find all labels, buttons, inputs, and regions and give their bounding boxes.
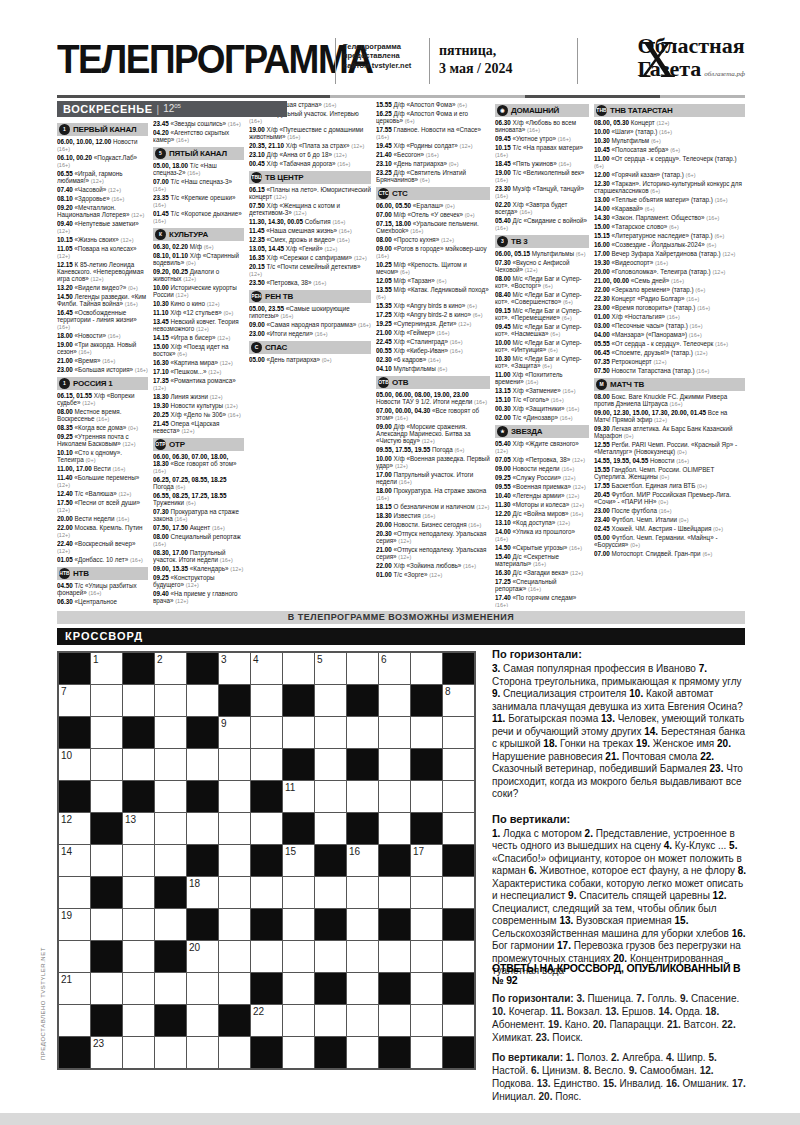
crossword-cell[interactable] — [443, 1005, 474, 1036]
tv-entry: 12.30 «Таркан». Историко-культурный конк… — [594, 180, 745, 195]
tv-entry: 16.30 «Картина мира» (12+) — [153, 359, 244, 367]
channel-header: ТНВТНВ ТАТАРСТАН — [594, 104, 745, 117]
crossword-cell[interactable] — [155, 813, 186, 844]
crossword-cell[interactable] — [251, 941, 282, 972]
tv-entry: 15.55 Гандбол. Чемп. России. OLIMPBET Су… — [594, 466, 745, 481]
tv-entry: 09.00, 12.30, 15.00, 17.30, 20.00, 01.45… — [594, 409, 745, 424]
tv-entry: 07.50 Новости Татарстана (татар.) (16+) — [594, 367, 745, 375]
crossword-cell[interactable] — [379, 685, 410, 716]
crossword-cell[interactable] — [91, 909, 122, 940]
crossword-cell[interactable] — [123, 909, 154, 940]
crossword-cell[interactable] — [411, 1037, 442, 1068]
crossword-cell[interactable] — [155, 749, 186, 780]
tv-entry: 14.15 «Игра в бисер» (12+) — [153, 334, 244, 342]
crossword-cell[interactable] — [123, 941, 154, 972]
channel-logo-icon: НТВ — [59, 568, 70, 579]
crossword-cell[interactable] — [219, 877, 250, 908]
crossword-cell[interactable] — [91, 717, 122, 748]
crossword-cell[interactable] — [379, 877, 410, 908]
tv-entry: 07.00, 00.00, 04.30 «Все говорят об этом… — [376, 407, 490, 422]
crossword-cell-black — [187, 845, 218, 876]
tv-entry: 08.00, 05.30 Концерт (12+) — [594, 119, 745, 127]
crossword-cell-black — [59, 781, 90, 812]
brand-site: облгазета.рф — [704, 70, 745, 78]
crossword-cell[interactable] — [443, 941, 474, 972]
crossword-cell[interactable] — [155, 1037, 186, 1068]
crossword-cell[interactable]: 10 — [59, 749, 90, 780]
crossword-cell[interactable]: 22 — [251, 1005, 282, 1036]
tv-entry: 02.30 «6 кадров» (16+) — [376, 356, 490, 364]
crossword-cell[interactable] — [347, 941, 378, 972]
answers-down: По вертикали: 1. Полоз. 2. Алгебра. 4. Ш… — [492, 1051, 748, 1103]
crossword-cell[interactable] — [411, 653, 442, 684]
issue-date: пятница, 3 мая / 2024 — [439, 42, 512, 78]
tv-entry: 07.30 Прокуратура на страже закона (16+) — [153, 508, 244, 523]
tv-entry: 11.45 «Наша смешная жизнь» (16+) — [249, 227, 371, 235]
crossword-cell[interactable]: 3 — [219, 653, 250, 684]
crossword-cell[interactable]: 6 — [379, 653, 410, 684]
crossword-cell[interactable] — [283, 1037, 314, 1068]
crossword-cell-black — [443, 653, 474, 684]
crossword-cell[interactable] — [251, 717, 282, 748]
crossword-cell[interactable] — [123, 973, 154, 1004]
crossword-cell-black — [155, 877, 186, 908]
crossword-cell[interactable] — [379, 813, 410, 844]
tv-entry: 09.25 «Служу России» (12+) — [495, 474, 589, 482]
tv-entry: 10.10 «Сто к одному». Телеигра (0+) — [57, 449, 148, 464]
crossword-cell[interactable] — [219, 1037, 250, 1068]
crossword-cell[interactable]: 1 — [91, 653, 122, 684]
crossword-cell[interactable] — [91, 685, 122, 716]
clue-number: 18 — [189, 878, 200, 889]
tv-entry: 05.40 Х/ф «Ждите связного» (12+) — [495, 440, 589, 455]
crossword-cell[interactable] — [347, 909, 378, 940]
crossword-cell-black — [379, 973, 410, 1004]
crossword-cell[interactable] — [347, 717, 378, 748]
tv-entry: 22.30 Концерт «Радио Болгар» (16+) — [594, 295, 745, 303]
tv-entry: 21.00 Х/ф «Геймер» (16+) — [376, 329, 490, 337]
channel-name: МАТЧ ТВ — [610, 380, 644, 389]
tv-entry: 00.30 Х/ф «Защитники» (16+) — [495, 405, 589, 413]
tv-entry: 10.30 Мультфильм (6+) — [594, 137, 745, 145]
channel-name: ПЯТЫЙ КАНАЛ — [169, 149, 227, 158]
crossword-cell[interactable] — [315, 717, 346, 748]
tv-entry: 06.55 «Играй, гармонь любимая!» (12+) — [57, 170, 148, 185]
crossword-cell-black — [187, 909, 218, 940]
crossword-cell[interactable] — [187, 1037, 218, 1068]
channel-name: ДОМАШНИЙ — [511, 106, 559, 115]
tv-entry: 23.00 «Большая история» (16+) — [57, 366, 148, 374]
crossword-credit: ПРЕДОСТАВЛЕНО TVSTYLER.NET — [40, 947, 46, 1060]
crossword-cell[interactable] — [411, 877, 442, 908]
tv-entry: 23.30 Муз/ф «Танцуй, танцуй» (16+) — [495, 185, 589, 200]
crossword-cell[interactable] — [443, 749, 474, 780]
tv-entry: 15.55 Д/ф «Апостол Фома» (6+) — [376, 101, 490, 109]
crossword-cell[interactable] — [315, 941, 346, 972]
crossword-cell[interactable] — [347, 1005, 378, 1036]
crossword-cell[interactable] — [219, 941, 250, 972]
tv-entry: 18.00 Прокуратура. На страже закона (16+… — [376, 487, 490, 502]
channel-logo-icon: РЕН — [251, 291, 262, 302]
tv-entry: 22.45 Х/ф «Сталинград» (16+) — [376, 338, 490, 346]
crossword-cell-black — [443, 845, 474, 876]
tv-entry: 18.45 «Пять ужинов» (16+) — [495, 160, 589, 168]
channel-header: ТВЦТВ ЦЕНТР — [249, 171, 371, 184]
tv-entry: 22.40 «Воскресный вечер» (12+) — [57, 540, 148, 555]
crossword-cell[interactable]: 14 — [59, 845, 90, 876]
crossword-cell-black — [251, 845, 282, 876]
tv-entry: 09.30 Легкая атлетика. Ак Барс Банк Каза… — [594, 425, 745, 440]
channel-header: 1ПЕРВЫЙ КАНАЛ — [57, 123, 148, 136]
clue-number: 9 — [221, 718, 227, 729]
tv-entry: 08.10, 01.10 Х/ф «Старинный водевиль» (0… — [153, 252, 244, 267]
crossword-cell[interactable] — [59, 941, 90, 972]
tv-entry: 06.00, 06.30, 07.00, 18.00, 18.30 «Все г… — [153, 453, 244, 475]
tv-entry: 07.00 Т/с «Наш спецназ-3» (16+) — [153, 178, 244, 193]
crossword-cell[interactable] — [123, 1037, 154, 1068]
crossword-cell[interactable] — [283, 717, 314, 748]
page-title: ТЕЛЕПРОГРАММА — [57, 36, 372, 83]
provider-note: Телепрограмма предоставлена сайтом tvsty… — [343, 42, 415, 70]
crossword-cell[interactable] — [411, 909, 442, 940]
clue-number: 2 — [157, 654, 163, 665]
crossword-cell[interactable] — [251, 749, 282, 780]
crossword-cell[interactable] — [123, 685, 154, 716]
tv-column-6: ТНВТНВ ТАТАРСТАН08.00, 05.30 Концерт (12… — [594, 101, 745, 607]
tv-entry: 09.20, 00.25 Диалоги о животных (12+) — [153, 268, 244, 283]
crossword-cell[interactable]: 18 — [187, 877, 218, 908]
answers-across: По горизонтали: 3. Пшеница. 7. Голль. 9.… — [492, 992, 748, 1044]
crossword-cell[interactable] — [155, 685, 186, 716]
clue-number: 5 — [317, 654, 323, 665]
crossword-cell[interactable] — [187, 1005, 218, 1036]
tv-entry: 09.00 «Самая народная программа» (16+) — [249, 321, 371, 329]
crossword-cell[interactable] — [411, 941, 442, 972]
crossword-cell-black — [315, 973, 346, 1004]
tv-entry: 09.00 «Рогов в городе» мэйковер-шоу (16+… — [376, 245, 490, 260]
crossword-cell[interactable]: 9 — [219, 717, 250, 748]
tv-entry: 17.40 «По горячим следам» (16+) — [495, 594, 589, 607]
crossword-cell[interactable] — [443, 717, 474, 748]
crossword-cell[interactable] — [379, 717, 410, 748]
tv-entry: 15.10 Т/с «Гоголь» (16+) — [495, 396, 589, 404]
clue-number: 4 — [253, 654, 259, 665]
tv-entry: 06.55, 08.25, 17.25, 18.55 Труженики (6+… — [153, 492, 244, 507]
crossword-cell[interactable] — [59, 877, 90, 908]
tv-entry: 05.00 «День патриарха» (0+) — [249, 356, 371, 364]
tv-entry: 09.15 М/с «Леди Баг и Супер-кот». «Перем… — [495, 307, 589, 322]
tv-entry: 14.00 «Каравай» (6+) — [594, 205, 745, 213]
crossword-cell[interactable] — [187, 749, 218, 780]
tv-entry: 17.35 «Романтика романса» (12+) — [153, 377, 244, 392]
clue-number: 14 — [61, 846, 72, 857]
crossword-cell[interactable] — [59, 1005, 90, 1036]
crossword-cell[interactable] — [315, 749, 346, 780]
tv-entry: 09.55, 17.55, 19.55 Погода (6+) — [376, 446, 490, 454]
tv-entry: 19.00 Х/ф «Путешествие с домашними живот… — [249, 126, 371, 141]
channel-logo-icon: ТВЦ — [251, 172, 262, 183]
crossword-cell[interactable]: 8 — [443, 685, 474, 716]
crossword-cell[interactable] — [443, 781, 474, 812]
crossword-cell[interactable] — [443, 877, 474, 908]
tv-entry: 16.00 «Созвездие - Йолдызлык-2024» (6+) — [594, 241, 745, 249]
crossword-cell-black — [379, 845, 410, 876]
crossword-cell[interactable] — [379, 1005, 410, 1036]
crossword-cell[interactable] — [155, 973, 186, 1004]
tv-entry: 19.00 «Три аккорда. Новый сезон» (16+) — [57, 341, 148, 356]
crossword-cell[interactable] — [315, 1005, 346, 1036]
divider — [577, 38, 578, 84]
crossword-cell[interactable]: 13 — [123, 813, 154, 844]
tv-entry: 12.35 «Смех, дрожь и видео» (16+) — [249, 236, 371, 244]
channel-header: 1РОССИЯ 1 — [57, 377, 148, 390]
channel-logo-icon: 1 — [59, 124, 70, 135]
channel-logo-icon: ТНВ — [596, 105, 607, 116]
crossword-cell[interactable]: 4 — [251, 653, 282, 684]
tv-entry: 15.40 Д/с «Секретные материалы» (16+) — [495, 553, 589, 568]
crossword-cell[interactable] — [347, 1037, 378, 1068]
crossword-cell[interactable] — [219, 813, 250, 844]
crossword-cell-black — [219, 1005, 250, 1036]
clue-number: 13 — [125, 814, 136, 825]
tv-entry: 06.45 «Споемте, друзья!» (татар.) (12+) — [594, 349, 745, 357]
clue-number: 12 — [61, 814, 72, 825]
channel-header: ММАТЧ ТВ — [594, 378, 745, 391]
tv-entry: 22.00 Х/ф «Зойкина любовь» (16+) — [376, 562, 490, 570]
crossword-cell-black — [443, 1037, 474, 1068]
crossword-cell[interactable] — [283, 1005, 314, 1036]
crossword-cell-black — [315, 845, 346, 876]
crossword-section-title: КРОССВОРД — [57, 628, 745, 645]
crossword-cell[interactable] — [187, 813, 218, 844]
tv-entry: 19.00 Т/с «Великолепный век» (16+) — [495, 169, 589, 184]
crossword-cell-black — [251, 1037, 282, 1068]
tv-entry: 10.25 М/ф «Крепость. Щитом и мечом» (6+) — [376, 261, 490, 276]
channel-header: ★ЗВЕЗДА — [495, 425, 589, 438]
crossword-cell[interactable] — [283, 909, 314, 940]
crossword-cell[interactable] — [251, 685, 282, 716]
tv-entry: 04.50 Т/с «Улицы разбитых фонарей» (16+) — [57, 582, 148, 597]
tv-entry: 21.00, 00.00 «Семь дней» (16+) — [594, 277, 745, 285]
tv-entry: 21.40 «Бесогон» (16+) — [376, 151, 490, 159]
channel-logo-icon: ОТР — [155, 439, 166, 450]
tv-entry: 23.00 После футбола (16+) — [594, 507, 745, 515]
tv-entry: 18.30 Известия (16+) — [376, 512, 490, 520]
channel-header: ОТРОТР — [153, 438, 244, 451]
crossword-cell[interactable] — [251, 877, 282, 908]
tv-entry: 05.00, 18.00 Т/с «Наш спецназ-2» (16+) — [153, 162, 244, 177]
tv-entry: 14.50 «Скрытые угрозы» (16+) — [495, 544, 589, 552]
crossword-cell[interactable]: 2 — [155, 653, 186, 684]
clue-number: 11 — [285, 782, 295, 793]
tv-entry: 17.00 Патрульный участок. Итоги недели (… — [376, 471, 490, 486]
crossword-cell[interactable] — [155, 781, 186, 812]
crossword-cell-black — [187, 653, 218, 684]
tv-entry: 09.45 М/с «Леди Баг и Супер-кот». «Насме… — [495, 323, 589, 338]
tv-entry: 11.00 «От сердца - к сердцу». Телеочерк … — [594, 155, 745, 170]
channel-name: СТС — [392, 189, 408, 198]
channel-name: ОТР — [169, 440, 185, 449]
crossword-cell[interactable] — [251, 813, 282, 844]
clue-number: 10 — [61, 750, 72, 761]
crossword-grid: 1234567891011121314151617181920212223 — [57, 651, 476, 1070]
crossword-cell[interactable] — [219, 845, 250, 876]
crossword-cell[interactable]: 23 — [91, 1037, 122, 1068]
crossword-cell[interactable] — [347, 781, 378, 812]
crossword-cell-black — [251, 973, 282, 1004]
tv-entry: 12.15 К 85-летию Леонида Каневского. «Не… — [57, 261, 148, 283]
tv-entry: 15.35 Х/ф «Angry birds в кино» (6+) — [376, 302, 490, 310]
crossword-cell[interactable] — [91, 749, 122, 780]
tv-entry: 05.40 Д/с «Свидание с войной» (16+) — [495, 217, 589, 232]
masthead-rule — [57, 95, 745, 98]
crossword-cell[interactable] — [187, 973, 218, 1004]
crossword-cell[interactable] — [123, 845, 154, 876]
crossword-cell[interactable] — [283, 653, 314, 684]
tv-entry: 22.00 «Зеркало времени» (татар.) (6+) — [594, 286, 745, 294]
crossword-cell[interactable] — [219, 781, 250, 812]
channel-logo-icon: 3 — [497, 236, 508, 247]
crossword-cell-black — [347, 813, 378, 844]
crossword-cell[interactable] — [91, 845, 122, 876]
tv-entry: 08.35 «Когда все дома» (0+) — [57, 424, 148, 432]
crossword-cell[interactable] — [379, 781, 410, 812]
crossword-cell[interactable] — [315, 813, 346, 844]
tv-entry: 14.55, 19.55, 04.55 Новости (16+) — [594, 457, 745, 465]
divider — [429, 38, 430, 84]
tv-entry: 14.50 Легенды разведки. «Ким Филби. Тайн… — [57, 293, 148, 308]
crossword-cell[interactable] — [443, 813, 474, 844]
crossword-cell-black — [187, 781, 218, 812]
crossword-cell[interactable]: 17 — [411, 845, 442, 876]
tv-entry: 07.00 Мотоспорт. Спидвей. Гран-при (6+) — [594, 550, 745, 558]
crossword-cell[interactable]: 19 — [59, 909, 90, 940]
crossword-cell[interactable] — [283, 941, 314, 972]
crossword-cell[interactable] — [91, 781, 122, 812]
crossword-cell[interactable] — [347, 877, 378, 908]
tv-entry: 01.45 Т/с «Короткое дыхание» (16+) — [153, 210, 244, 225]
crossword-cell[interactable] — [123, 1005, 154, 1036]
day-date: 1205 — [163, 103, 181, 114]
tv-entry: 11.00 Х/ф «Похититель времени» (16+) — [495, 371, 589, 386]
clue-number: 19 — [61, 910, 72, 921]
crossword-cell[interactable] — [123, 749, 154, 780]
tv-entry: 10.35 «Моя история» (16+) — [153, 606, 244, 607]
brand-line2: Газетаоблгазета.рф — [638, 57, 745, 80]
crossword-cell[interactable] — [411, 717, 442, 748]
clue-number: 17 — [413, 846, 424, 857]
tv-entry: 20.30 «Отпуск неподалеку. Уральская сери… — [376, 530, 490, 545]
changes-banner: В ТЕЛЕПРОГРАММЕ ВОЗМОЖНЫ ИЗМЕНЕНИЯ — [57, 611, 745, 624]
tv-entry: 09.45 «Уютное утро» (16+) — [495, 135, 589, 143]
tv-entry: 09.00 Д/ф «Морские сражения. Александр М… — [376, 423, 490, 445]
crossword-cell[interactable] — [283, 973, 314, 1004]
tv-entry: 15.15 «Литературное наследие» (татар.) (… — [594, 232, 745, 240]
tv-entry: 11.40 «Большие перемены» (12+) — [57, 474, 148, 489]
tv-entry: 07.15, 18.00 «Уральские пельмени. Смехbo… — [376, 220, 490, 235]
crossword-cell[interactable] — [411, 973, 442, 1004]
tv-entry: 18.00 «Новости» (16+) — [57, 332, 148, 340]
crossword-cell[interactable] — [155, 717, 186, 748]
crossword-cell-black — [315, 1037, 346, 1068]
tv-entry: 17.50 «Песни от всей души» (12+) — [57, 499, 148, 514]
clue-number: 21 — [61, 974, 72, 985]
crossword-cell[interactable] — [155, 845, 186, 876]
tv-column-2: 23.45 «Звезды сошлись» (16+)04.20 «Агент… — [153, 101, 244, 607]
crossword-cell[interactable] — [283, 877, 314, 908]
crossword-cell[interactable] — [91, 973, 122, 1004]
tv-entry: 23.10 Д/ф «Анна от 6 до 18» (12+) — [249, 151, 371, 159]
crossword-cell[interactable] — [315, 781, 346, 812]
crossword-cell[interactable] — [219, 749, 250, 780]
tv-entry: 14.00 «Улика из прошлого» (16+) — [495, 528, 589, 543]
crossword-cell[interactable]: 21 — [59, 973, 90, 1004]
tv-column-5: ◉ДОМАШНИЙ06.30 Х/ф «Любовь во всем винов… — [495, 101, 589, 607]
tv-entry: 23.50 «Петровка, 38» (16+) — [249, 279, 371, 287]
tv-entry: 20.35, 21.10 Х/ф «Плата за страх» (12+) — [249, 142, 371, 150]
channel-logo-icon: ★ — [497, 426, 508, 437]
clue-number: 15 — [285, 846, 296, 857]
crossword-cell-black — [59, 717, 90, 748]
crossword-cell[interactable]: 7 — [59, 685, 90, 716]
tv-entry: 03.00 «Песочные часы» (татар.) (16+) — [594, 322, 745, 330]
tv-entry: 10.30 М/с «Леди Баг и Супер-кот». «Защит… — [495, 355, 589, 370]
channel-header: РЕНРЕН ТВ — [249, 290, 371, 303]
crossword-cell[interactable] — [379, 941, 410, 972]
crossword-cell[interactable]: 15 — [283, 845, 314, 876]
tv-entry: 13.10 «Код доступа» (12+) — [495, 519, 589, 527]
tv-entry: 08.00 Бокс. Bare Knuckle FC. Джимми Риве… — [594, 393, 745, 408]
across-clues: 3. Самая популярная профессия в Иваново … — [492, 663, 748, 801]
crossword-cell[interactable] — [379, 749, 410, 780]
crossword-cell[interactable]: 16 — [347, 845, 378, 876]
crossword-cell[interactable] — [219, 909, 250, 940]
channel-logo-icon: ОТВ — [378, 377, 389, 388]
crossword-cell[interactable] — [411, 1005, 442, 1036]
crossword-cell[interactable] — [315, 877, 346, 908]
tv-entry: 07.05 Х/ф «Петровка, 38» (12+) — [495, 456, 589, 464]
tv-entry: 00.45 Х/ф «Табачная дорога» (16+) — [249, 160, 371, 168]
crossword-cell[interactable] — [347, 653, 378, 684]
tv-entry: 01.00 Т/с «Зорге» (12+) — [376, 571, 490, 579]
clue-number: 22 — [253, 1006, 264, 1017]
tv-entry: 23.45 «Звезды сошлись» (16+) — [153, 120, 244, 128]
brand-logo: Областная Газетаоблгазета.рф — [638, 34, 745, 80]
tv-entry: 07.30 «Вкусно с Анфисой Чеховой» (12+) — [495, 259, 589, 274]
tv-entry: 15.00 «Татарское слово» (6+) — [594, 223, 745, 231]
crossword-cell[interactable] — [155, 909, 186, 940]
tv-entry: 02.20 Х/ф «Завтра будет всегда» (16+) — [495, 201, 589, 216]
crossword-cell-black — [187, 717, 218, 748]
tv-entry: 09.25 «Утренняя почта с Николаем Басковы… — [57, 433, 148, 448]
crossword-cell[interactable]: 11 — [283, 781, 314, 812]
channel-name: НТВ — [73, 569, 89, 578]
crossword-cell[interactable] — [187, 685, 218, 716]
crossword-cell[interactable]: 12 — [59, 813, 90, 844]
tv-entry: 23.35 Т/с «Крепкие орешки» (16+) — [153, 194, 244, 209]
issue-date-day: 3 мая / 2024 — [439, 60, 512, 78]
tv-entry: 15.00 Х/ф «Поезд идет на восток» (6+) — [153, 343, 244, 358]
crossword-cell[interactable] — [315, 685, 346, 716]
tv-entry: 17.55 Баскетбол. Единая лига ВТБ (0+) — [594, 482, 745, 490]
crossword-cell[interactable] — [219, 973, 250, 1004]
crossword-cell[interactable]: 5 — [315, 653, 346, 684]
crossword-cell[interactable]: 20 — [187, 941, 218, 972]
crossword-cell[interactable] — [123, 877, 154, 908]
tv-entry: 23.00 «Итоги недели» (16+) — [249, 330, 371, 338]
crossword-cell[interactable] — [347, 973, 378, 1004]
crossword-cell[interactable] — [411, 781, 442, 812]
